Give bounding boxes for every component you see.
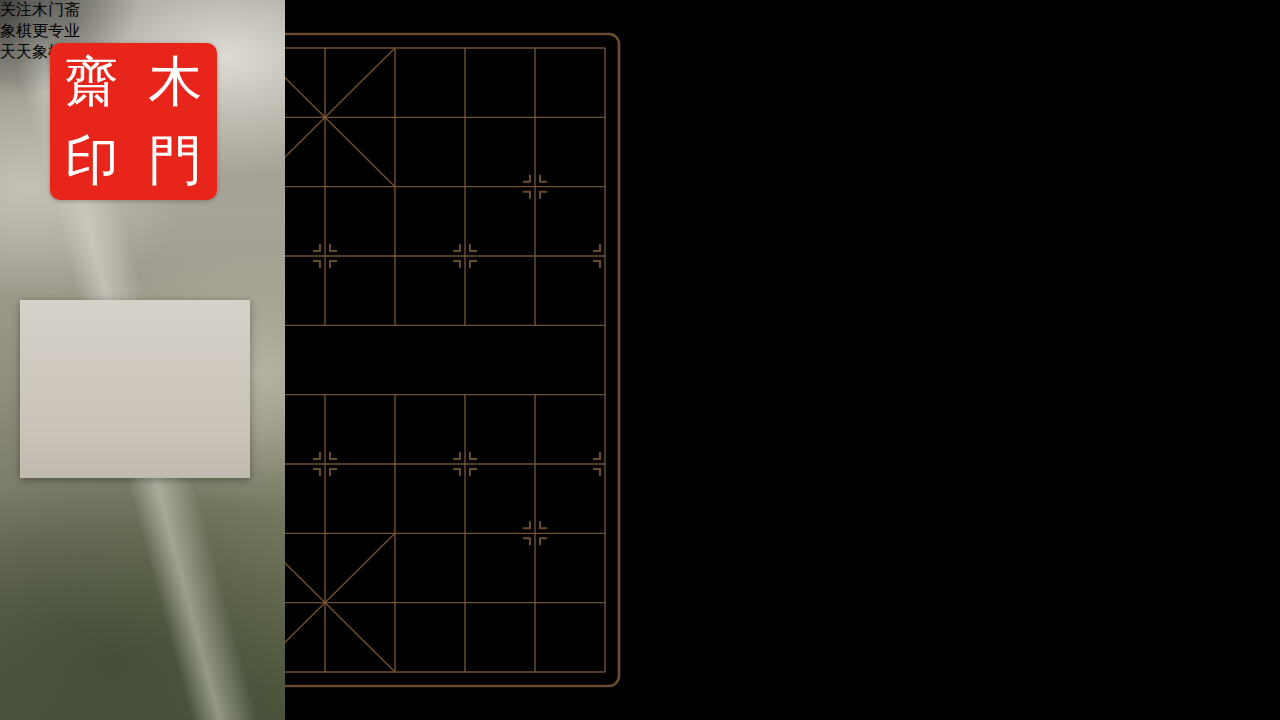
seal-character: 齋 (50, 43, 134, 122)
promo-line-2: 象棋更专业 (0, 21, 285, 42)
promo-line-1: 关注木门斋 (0, 0, 285, 21)
stream-screen: 齋木印門 关注木门斋 象棋更专业 天天象棋棋社号：840041 楚河 漢界 車馬… (0, 0, 1280, 720)
seal-character: 木 (134, 43, 218, 122)
studio-seal-logo: 齋木印門 (50, 43, 217, 200)
seal-character: 門 (134, 122, 218, 201)
webcam-video (20, 300, 250, 478)
left-scenery-panel: 齋木印門 关注木门斋 象棋更专业 天天象棋棋社号：840041 (0, 0, 285, 720)
curtain (212, 300, 250, 478)
promo-banner: 关注木门斋 象棋更专业 (0, 0, 285, 42)
seal-character: 印 (50, 122, 134, 201)
